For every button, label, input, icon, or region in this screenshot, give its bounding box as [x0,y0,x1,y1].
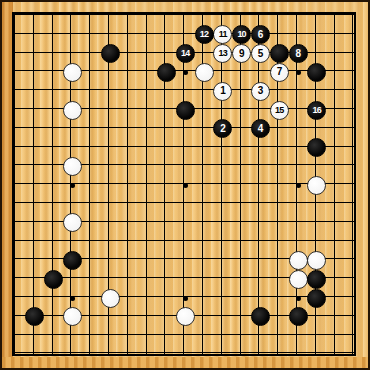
go-board: 12345678910111213141516 [0,0,370,370]
stone-white [195,63,214,82]
hoshi-point [296,183,301,188]
stone-black [63,251,82,270]
hoshi-point [296,70,301,75]
stone-number-label: 7 [277,67,282,77]
hoshi-point [296,296,301,301]
stone-number-label: 15 [275,105,283,114]
stone-white-move-5: 5 [251,44,270,63]
stone-number-label: 8 [295,48,300,58]
stone-black [307,289,326,308]
stone-black [270,44,289,63]
stone-number-label: 1 [220,86,225,96]
stone-white [63,101,82,120]
stone-black [101,44,120,63]
stone-black [176,101,195,120]
stone-white [101,289,120,308]
stone-white-move-3: 3 [251,82,270,101]
stone-number-label: 10 [237,30,245,39]
stone-black [289,307,308,326]
stone-number-label: 16 [313,105,321,114]
stone-white [289,251,308,270]
stone-white [63,63,82,82]
stone-number-label: 3 [258,86,263,96]
stone-white-move-1: 1 [213,82,232,101]
stone-white-move-7: 7 [270,63,289,82]
hoshi-point [70,296,75,301]
hoshi-point [70,183,75,188]
stone-number-label: 12 [200,30,208,39]
stone-number-label: 6 [258,29,263,39]
stone-black [44,270,63,289]
stone-number-label: 2 [220,123,225,133]
stone-white [63,157,82,176]
stone-black-move-8: 8 [289,44,308,63]
board-bottom-bevel [2,357,368,368]
stone-number-label: 13 [219,49,227,58]
stone-black-move-14: 14 [176,44,195,63]
stone-number-label: 4 [258,123,263,133]
stone-white-move-15: 15 [270,101,289,120]
stone-black-move-16: 16 [307,101,326,120]
stone-black [307,270,326,289]
stone-number-label: 9 [239,48,244,58]
hoshi-point [183,296,188,301]
hoshi-point [183,183,188,188]
stone-white [307,176,326,195]
stone-black-move-12: 12 [195,25,214,44]
stone-white [176,307,195,326]
stone-number-label: 11 [219,30,227,39]
stone-number-label: 14 [181,49,189,58]
stone-number-label: 5 [258,48,263,58]
stone-white [289,270,308,289]
stone-black [157,63,176,82]
hoshi-point [183,70,188,75]
